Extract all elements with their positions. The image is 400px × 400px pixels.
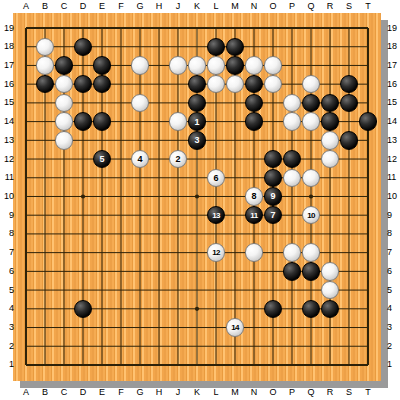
- star-point: [195, 194, 199, 198]
- coordinate-label: 18: [0, 41, 14, 52]
- coordinate-label: Q: [302, 1, 321, 12]
- coordinate-label: F: [112, 387, 131, 398]
- coordinate-label: 17: [0, 60, 14, 71]
- move-number-label: 11: [250, 211, 257, 220]
- stone-white-M3[interactable]: 14: [226, 318, 244, 336]
- coordinate-label: G: [131, 387, 150, 398]
- coordinate-label: 2: [387, 341, 400, 352]
- stone-white-C15[interactable]: [55, 94, 73, 112]
- stone-white-Q7[interactable]: [302, 243, 320, 261]
- stone-white-P7[interactable]: [283, 243, 301, 261]
- move-number-label: 12: [212, 248, 220, 257]
- coordinate-label: 7: [0, 247, 14, 258]
- stone-black-Q6[interactable]: [302, 262, 320, 280]
- coordinate-label: 13: [387, 135, 400, 146]
- stone-black-Q4[interactable]: [302, 300, 320, 318]
- stone-white-P15[interactable]: [283, 94, 301, 112]
- stone-black-O10[interactable]: 9: [264, 187, 282, 205]
- stone-black-R15[interactable]: [321, 94, 339, 112]
- move-number-label: 2: [175, 154, 180, 164]
- coordinate-label: 3: [387, 322, 400, 333]
- stone-black-Q15[interactable]: [302, 94, 320, 112]
- coordinate-label: 1: [0, 359, 14, 370]
- coordinate-label: M: [226, 387, 245, 398]
- move-number-label: 5: [99, 154, 104, 164]
- coordinate-label: 12: [0, 154, 14, 165]
- coordinate-label: T: [359, 387, 378, 398]
- coordinate-label: 11: [387, 172, 400, 183]
- coordinate-label: 4: [0, 303, 14, 314]
- stone-white-R13[interactable]: [321, 131, 339, 149]
- stone-black-S13[interactable]: [340, 131, 358, 149]
- coordinate-label: 15: [387, 97, 400, 108]
- coordinate-label: J: [169, 1, 188, 12]
- coordinate-label: A: [17, 1, 36, 12]
- coordinate-label: S: [340, 1, 359, 12]
- stone-black-D18[interactable]: [74, 38, 92, 56]
- move-number-label: 3: [194, 135, 199, 145]
- stone-black-O11[interactable]: [264, 169, 282, 187]
- stone-white-R6[interactable]: [321, 262, 339, 280]
- coordinate-label: R: [321, 387, 340, 398]
- coordinate-label: 12: [387, 154, 400, 165]
- coordinate-label: 2: [0, 341, 14, 352]
- move-number-label: 14: [231, 323, 239, 332]
- stone-black-N15[interactable]: [245, 94, 263, 112]
- move-number-label: 7: [270, 210, 275, 220]
- stone-white-O17[interactable]: [264, 56, 282, 74]
- coordinate-label: O: [264, 1, 283, 12]
- coordinate-label: 6: [0, 266, 14, 277]
- stone-white-B18[interactable]: [36, 38, 54, 56]
- stone-white-P11[interactable]: [283, 169, 301, 187]
- move-number-label: 4: [137, 154, 142, 164]
- stone-white-J14[interactable]: [169, 112, 187, 130]
- coordinate-label: K: [188, 1, 207, 12]
- coordinate-label: 19: [387, 23, 400, 34]
- stone-black-E17[interactable]: [93, 56, 111, 74]
- stone-white-N7[interactable]: [245, 243, 263, 261]
- coordinate-label: D: [74, 1, 93, 12]
- move-number-label: 10: [307, 211, 315, 220]
- coordinate-label: H: [150, 387, 169, 398]
- coordinate-label: E: [93, 387, 112, 398]
- coordinate-label: 19: [0, 23, 14, 34]
- coordinate-label: 7: [387, 247, 400, 258]
- star-point: [81, 194, 85, 198]
- coordinate-label: P: [283, 387, 302, 398]
- stone-black-R14[interactable]: [321, 112, 339, 130]
- coordinate-label: G: [131, 1, 150, 12]
- stone-black-S15[interactable]: [340, 94, 358, 112]
- stone-black-K13[interactable]: 3: [188, 131, 206, 149]
- move-number-label: 1: [194, 117, 199, 127]
- stone-white-N17[interactable]: [245, 56, 263, 74]
- star-point: [309, 194, 313, 198]
- coordinate-label: 16: [0, 79, 14, 90]
- stone-white-G17[interactable]: [131, 56, 149, 74]
- coordinate-label: 1: [387, 359, 400, 370]
- coordinate-label: 6: [387, 266, 400, 277]
- coordinate-label: S: [340, 387, 359, 398]
- stone-white-B17[interactable]: [36, 56, 54, 74]
- move-number-label: 9: [270, 191, 275, 201]
- coordinate-label: K: [188, 387, 207, 398]
- coordinate-label: O: [264, 387, 283, 398]
- coordinate-label: D: [74, 387, 93, 398]
- coordinate-label: L: [207, 1, 226, 12]
- stone-white-L11[interactable]: 6: [207, 169, 225, 187]
- stone-black-L18[interactable]: [207, 38, 225, 56]
- coordinate-label: 17: [387, 60, 400, 71]
- coordinate-label: N: [245, 387, 264, 398]
- move-number-label: 13: [212, 211, 220, 220]
- coordinate-label: M: [226, 1, 245, 12]
- coordinate-label: Q: [302, 387, 321, 398]
- coordinate-label: 3: [0, 322, 14, 333]
- coordinate-label: B: [36, 387, 55, 398]
- stone-white-L7[interactable]: 12: [207, 243, 225, 261]
- stone-white-J17[interactable]: [169, 56, 187, 74]
- go-diagram: { "game": "go", "board_size": 19, "coord…: [0, 0, 400, 400]
- stone-black-M18[interactable]: [226, 38, 244, 56]
- stone-black-P6[interactable]: [283, 262, 301, 280]
- coordinate-label: 13: [0, 135, 14, 146]
- stone-white-K17[interactable]: [188, 56, 206, 74]
- coordinate-label: 10: [387, 191, 400, 202]
- stone-black-D4[interactable]: [74, 300, 92, 318]
- stone-white-N10[interactable]: 8: [245, 187, 263, 205]
- coordinate-label: P: [283, 1, 302, 12]
- coordinate-label: J: [169, 387, 188, 398]
- coordinate-label: T: [359, 1, 378, 12]
- stone-black-T14[interactable]: [359, 112, 377, 130]
- stone-white-G15[interactable]: [131, 94, 149, 112]
- stone-white-L17[interactable]: [207, 56, 225, 74]
- star-point: [195, 307, 199, 311]
- coordinate-label: C: [55, 387, 74, 398]
- coordinate-label: A: [17, 387, 36, 398]
- move-number-label: 8: [251, 191, 256, 201]
- go-board[interactable]: 1354268913117101214: [13, 13, 381, 381]
- move-number-label: 6: [213, 173, 218, 183]
- coordinate-label: B: [36, 1, 55, 12]
- stone-black-N14[interactable]: [245, 112, 263, 130]
- stone-white-P14[interactable]: [283, 112, 301, 130]
- coordinate-label: 8: [0, 228, 14, 239]
- stone-black-M17[interactable]: [226, 56, 244, 74]
- stone-black-D14[interactable]: [74, 112, 92, 130]
- stone-black-K15[interactable]: [188, 94, 206, 112]
- coordinate-label: E: [93, 1, 112, 12]
- coordinate-label: 8: [387, 228, 400, 239]
- coordinate-label: L: [207, 387, 226, 398]
- stone-black-O4[interactable]: [264, 300, 282, 318]
- stone-white-Q11[interactable]: [302, 169, 320, 187]
- coordinate-label: N: [245, 1, 264, 12]
- coordinate-label: 9: [387, 210, 400, 221]
- coordinate-label: 14: [387, 116, 400, 127]
- coordinate-label: 14: [0, 116, 14, 127]
- coordinate-label: 18: [387, 41, 400, 52]
- coordinate-label: 11: [0, 172, 14, 183]
- coordinate-label: 4: [387, 303, 400, 314]
- stone-black-K14[interactable]: 1: [188, 112, 206, 130]
- stone-white-Q14[interactable]: [302, 112, 320, 130]
- stone-black-C17[interactable]: [55, 56, 73, 74]
- stone-white-C14[interactable]: [55, 112, 73, 130]
- coordinate-label: R: [321, 1, 340, 12]
- coordinate-label: 9: [0, 210, 14, 221]
- stone-black-R4[interactable]: [321, 300, 339, 318]
- coordinate-label: 15: [0, 97, 14, 108]
- coordinate-label: F: [112, 1, 131, 12]
- stone-white-C13[interactable]: [55, 131, 73, 149]
- coordinate-label: 5: [387, 285, 400, 296]
- coordinate-label: 10: [0, 191, 14, 202]
- coordinate-label: C: [55, 1, 74, 12]
- stone-black-E14[interactable]: [93, 112, 111, 130]
- coordinate-label: 5: [0, 285, 14, 296]
- coordinate-label: 16: [387, 79, 400, 90]
- coordinate-label: H: [150, 1, 169, 12]
